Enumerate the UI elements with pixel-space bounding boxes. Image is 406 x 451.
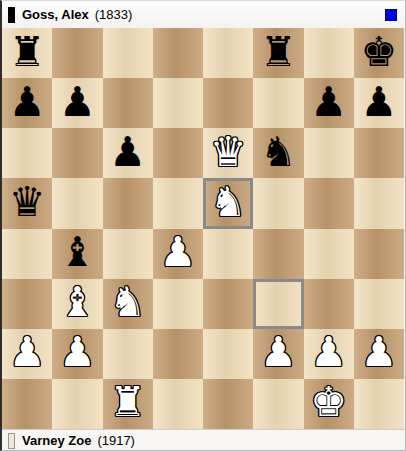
white-player-icon (8, 433, 15, 449)
white-pawn: ♟ (159, 232, 196, 273)
square-g8[interactable] (304, 28, 354, 78)
black-rook: ♜ (9, 32, 46, 73)
square-h7[interactable]: ♟ (354, 78, 404, 128)
square-h4[interactable] (354, 229, 404, 279)
square-a1[interactable] (2, 379, 52, 429)
square-d6[interactable] (153, 128, 203, 178)
square-b8[interactable] (52, 28, 102, 78)
square-a4[interactable] (2, 229, 52, 279)
square-c1[interactable]: ♜ (103, 379, 153, 429)
square-b5[interactable] (52, 178, 102, 228)
square-d1[interactable] (153, 379, 203, 429)
square-e3[interactable] (203, 279, 253, 329)
square-d5[interactable] (153, 178, 203, 228)
white-rook: ♜ (109, 382, 146, 423)
square-g5[interactable] (304, 178, 354, 228)
black-pawn: ♟ (310, 82, 347, 123)
square-h3[interactable] (354, 279, 404, 329)
square-e7[interactable] (203, 78, 253, 128)
square-h1[interactable] (354, 379, 404, 429)
square-a2[interactable]: ♟ (2, 329, 52, 379)
black-knight: ♞ (260, 132, 297, 173)
white-knight: ♞ (210, 182, 247, 223)
black-king: ♚ (360, 32, 397, 73)
square-f5[interactable] (253, 178, 303, 228)
white-pawn: ♟ (360, 332, 397, 373)
black-rook: ♜ (260, 32, 297, 73)
white-pawn: ♟ (260, 332, 297, 373)
square-h6[interactable] (354, 128, 404, 178)
square-c3[interactable]: ♞ (103, 279, 153, 329)
black-bishop: ♝ (59, 232, 96, 273)
square-c5[interactable] (103, 178, 153, 228)
square-e4[interactable] (203, 229, 253, 279)
square-c8[interactable] (103, 28, 153, 78)
square-c7[interactable] (103, 78, 153, 128)
square-h5[interactable] (354, 178, 404, 228)
square-g4[interactable] (304, 229, 354, 279)
white-bishop: ♝ (59, 282, 96, 323)
white-knight: ♞ (109, 282, 146, 323)
square-e8[interactable] (203, 28, 253, 78)
square-e6[interactable]: ♛ (203, 128, 253, 178)
square-b7[interactable]: ♟ (52, 78, 102, 128)
square-f8[interactable]: ♜ (253, 28, 303, 78)
square-g2[interactable]: ♟ (304, 329, 354, 379)
square-b3[interactable]: ♝ (52, 279, 102, 329)
bottom-player-bar: Varney Zoe (1917) (2, 429, 405, 451)
square-d7[interactable] (153, 78, 203, 128)
status-square-icon[interactable] (385, 9, 397, 21)
square-e5[interactable]: ♞ (203, 178, 253, 228)
bottom-player-name: Varney Zoe (22, 433, 91, 448)
chess-game-window: Goss, Alex (1833) ♜♜♚♟♟♟♟♟♛♞♛♞♝♟♝♞♟♟♟♟♟♜… (0, 0, 406, 451)
square-b4[interactable]: ♝ (52, 229, 102, 279)
white-king: ♚ (310, 382, 347, 423)
square-h8[interactable]: ♚ (354, 28, 404, 78)
white-queen: ♛ (210, 132, 247, 173)
top-player-name: Goss, Alex (22, 7, 89, 22)
square-a5[interactable]: ♛ (2, 178, 52, 228)
square-b2[interactable]: ♟ (52, 329, 102, 379)
top-player-bar: Goss, Alex (1833) (2, 1, 405, 28)
square-f4[interactable] (253, 229, 303, 279)
square-a6[interactable] (2, 128, 52, 178)
square-g1[interactable]: ♚ (304, 379, 354, 429)
square-d4[interactable]: ♟ (153, 229, 203, 279)
black-queen: ♛ (9, 182, 46, 223)
black-player-icon (8, 7, 15, 23)
square-f1[interactable] (253, 379, 303, 429)
white-pawn: ♟ (310, 332, 347, 373)
square-b1[interactable] (52, 379, 102, 429)
white-pawn: ♟ (59, 332, 96, 373)
square-c4[interactable] (103, 229, 153, 279)
bottom-player-rating: (1917) (97, 433, 135, 448)
square-f3[interactable] (253, 279, 303, 329)
square-g3[interactable] (304, 279, 354, 329)
square-e2[interactable] (203, 329, 253, 379)
square-c2[interactable] (103, 329, 153, 379)
square-f6[interactable]: ♞ (253, 128, 303, 178)
square-d3[interactable] (153, 279, 203, 329)
black-pawn: ♟ (109, 132, 146, 173)
square-a8[interactable]: ♜ (2, 28, 52, 78)
square-d2[interactable] (153, 329, 203, 379)
top-player-rating: (1833) (95, 7, 133, 22)
square-g6[interactable] (304, 128, 354, 178)
black-pawn: ♟ (59, 82, 96, 123)
black-pawn: ♟ (360, 82, 397, 123)
square-d8[interactable] (153, 28, 203, 78)
square-a3[interactable] (2, 279, 52, 329)
square-e1[interactable] (203, 379, 253, 429)
square-a7[interactable]: ♟ (2, 78, 52, 128)
square-f2[interactable]: ♟ (253, 329, 303, 379)
square-b6[interactable] (52, 128, 102, 178)
square-h2[interactable]: ♟ (354, 329, 404, 379)
square-f7[interactable] (253, 78, 303, 128)
white-pawn: ♟ (9, 332, 46, 373)
chess-board: ♜♜♚♟♟♟♟♟♛♞♛♞♝♟♝♞♟♟♟♟♟♜♚ (2, 28, 404, 429)
black-pawn: ♟ (9, 82, 46, 123)
square-g7[interactable]: ♟ (304, 78, 354, 128)
square-c6[interactable]: ♟ (103, 128, 153, 178)
